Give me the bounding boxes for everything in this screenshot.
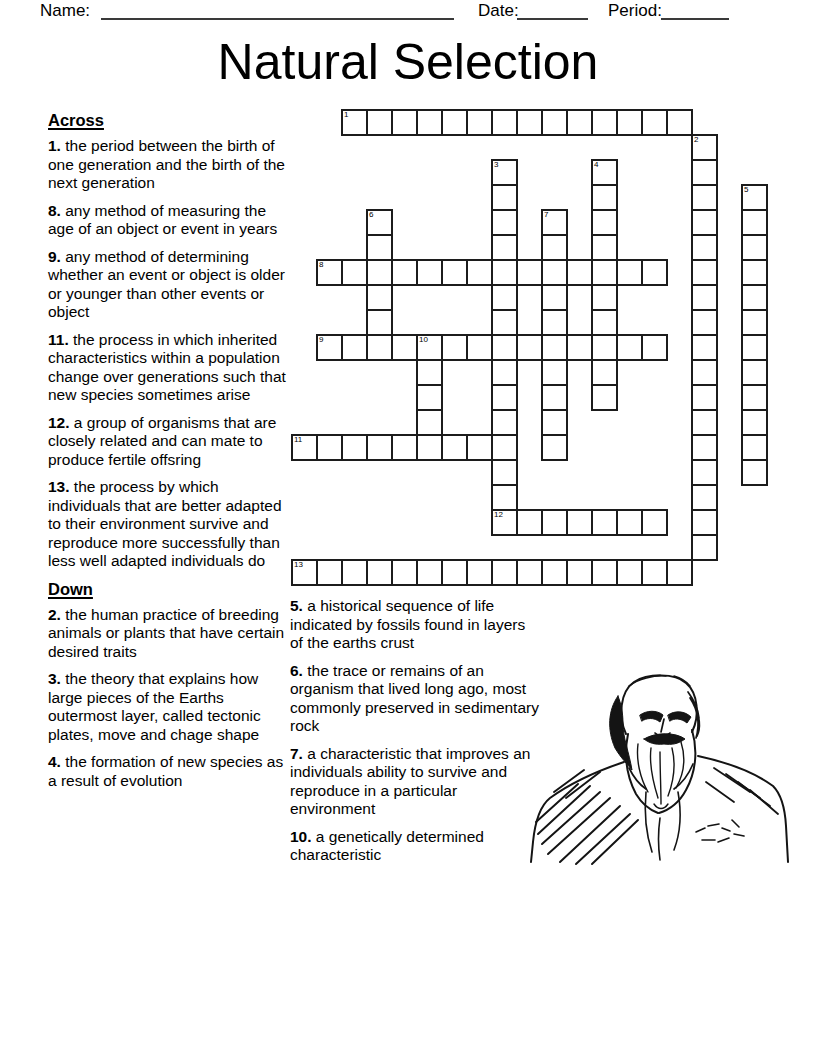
grid-cell[interactable] [692, 260, 717, 285]
grid-cell[interactable] [367, 260, 392, 285]
clue-number-label: 11. [48, 331, 69, 348]
clue: 2. the human practice of breeding animal… [48, 606, 288, 662]
grid-cell[interactable] [592, 385, 617, 410]
grid-cell[interactable] [492, 260, 517, 285]
grid-cell[interactable] [742, 235, 767, 260]
grid-cell[interactable] [367, 435, 392, 460]
clue-number: 4 [594, 160, 598, 169]
clue-number-label: 7. [290, 745, 303, 762]
grid-cell[interactable] [592, 185, 617, 210]
grid-cell[interactable] [667, 560, 692, 585]
grid-cell[interactable] [542, 385, 567, 410]
clues-right-column: 5. a historical sequence of life indicat… [290, 597, 540, 874]
clue-number: 12 [494, 510, 503, 519]
darwin-illustration [528, 672, 792, 868]
grid-cell[interactable] [492, 185, 517, 210]
grid-cell[interactable] [592, 360, 617, 385]
grid-cell[interactable] [617, 335, 642, 360]
grid-cell[interactable] [417, 560, 442, 585]
grid-cell[interactable] [492, 310, 517, 335]
clue-number: 11 [294, 435, 302, 444]
clue-number: 7 [544, 210, 548, 219]
grid-cell[interactable] [692, 435, 717, 460]
grid-cell[interactable] [442, 335, 467, 360]
grid-cell[interactable] [542, 510, 567, 535]
clue: 3. the theory that explains how large pi… [48, 670, 288, 744]
grid-cell[interactable] [417, 360, 442, 385]
name-label: Name: [40, 1, 90, 21]
grid-cell[interactable] [742, 210, 767, 235]
grid-cell[interactable]: 5 [742, 185, 767, 210]
grid-cell[interactable] [542, 435, 567, 460]
grid-cell[interactable]: 13 [292, 560, 317, 585]
grid-cell[interactable] [592, 260, 617, 285]
grid-cell[interactable] [642, 510, 667, 535]
clue-number-label: 5. [290, 597, 303, 614]
grid-cell[interactable] [592, 560, 617, 585]
grid-cell[interactable] [692, 310, 717, 335]
clue-number: 3 [494, 160, 498, 169]
grid-cell[interactable] [492, 460, 517, 485]
down-heading: Down [48, 580, 288, 599]
grid-cell[interactable] [317, 560, 342, 585]
grid-cell[interactable] [542, 260, 567, 285]
grid-cell[interactable] [417, 110, 442, 135]
down-clues-list-left: 2. the human practice of breeding animal… [48, 606, 288, 791]
grid-cell[interactable] [692, 185, 717, 210]
grid-cell[interactable] [592, 310, 617, 335]
grid-cell[interactable] [642, 110, 667, 135]
grid-cell[interactable] [692, 160, 717, 185]
grid-cell[interactable] [692, 460, 717, 485]
grid-cell[interactable] [617, 110, 642, 135]
clue-number: 8 [319, 260, 323, 269]
grid-cell[interactable] [367, 110, 392, 135]
grid-cell[interactable] [592, 210, 617, 235]
grid-cell[interactable] [592, 510, 617, 535]
worksheet-page: Name: Date: Period: Natural Selection 12… [0, 0, 816, 1056]
grid-cell[interactable]: 12 [492, 510, 517, 535]
grid-cell[interactable] [517, 335, 542, 360]
grid-cell[interactable] [692, 410, 717, 435]
clue: 7. a characteristic that improves an ind… [290, 745, 540, 819]
grid-cell[interactable] [442, 435, 467, 460]
grid-cell[interactable] [417, 385, 442, 410]
clue: 13. the process by which individuals tha… [48, 478, 288, 571]
grid-cell[interactable] [592, 335, 617, 360]
grid-cell[interactable] [567, 510, 592, 535]
grid-cell[interactable]: 7 [542, 210, 567, 235]
clue: 8. any method of measuring the age of an… [48, 202, 288, 239]
grid-cell[interactable] [492, 560, 517, 585]
grid-cell[interactable] [542, 410, 567, 435]
grid-cell[interactable] [642, 560, 667, 585]
grid-cell[interactable] [367, 560, 392, 585]
across-heading: Across [48, 111, 288, 130]
grid-cell[interactable] [542, 285, 567, 310]
grid-cell[interactable] [492, 410, 517, 435]
grid-cell[interactable] [492, 110, 517, 135]
grid-cell[interactable] [617, 560, 642, 585]
grid-cell[interactable] [667, 110, 692, 135]
grid-cell[interactable] [392, 435, 417, 460]
grid-cell[interactable]: 2 [692, 135, 717, 160]
grid-cell[interactable] [492, 385, 517, 410]
clue: 1. the period between the birth of one g… [48, 137, 288, 193]
grid-cell[interactable] [467, 260, 492, 285]
clue: 9. any method of determining whether an … [48, 248, 288, 322]
grid-cell[interactable] [392, 560, 417, 585]
clue-number-label: 1. [48, 137, 61, 154]
darwin-sketch-svg [528, 672, 792, 868]
clue-number-label: 6. [290, 662, 303, 679]
clue-number: 2 [694, 135, 698, 144]
grid-cell[interactable] [542, 310, 567, 335]
grid-cell[interactable] [342, 560, 367, 585]
grid-cell[interactable] [392, 110, 417, 135]
grid-cell[interactable] [742, 335, 767, 360]
grid-cell[interactable] [517, 110, 542, 135]
clue-number: 9 [319, 335, 323, 344]
grid-cell[interactable] [467, 110, 492, 135]
clue-number-label: 12. [48, 414, 70, 431]
down-clues-list-right: 5. a historical sequence of life indicat… [290, 597, 540, 865]
clue-number-label: 3. [48, 670, 61, 687]
grid-cell[interactable] [467, 435, 492, 460]
clue-number: 6 [369, 210, 373, 219]
grid-cell[interactable] [542, 335, 567, 360]
grid-cell[interactable] [592, 235, 617, 260]
grid-cell[interactable] [692, 510, 717, 535]
clue-number: 5 [744, 185, 748, 194]
grid-cell[interactable] [442, 260, 467, 285]
grid-cell[interactable] [492, 210, 517, 235]
grid-cell[interactable] [567, 110, 592, 135]
grid-cell[interactable] [317, 435, 342, 460]
grid-cell[interactable] [442, 110, 467, 135]
grid-cell[interactable] [642, 260, 667, 285]
clue-number-label: 8. [48, 202, 61, 219]
grid-cell[interactable] [692, 360, 717, 385]
grid-cell[interactable] [467, 560, 492, 585]
grid-cell[interactable] [692, 335, 717, 360]
grid-cell[interactable] [692, 535, 717, 560]
clue-number-label: 9. [48, 248, 61, 265]
date-blank-line[interactable] [517, 18, 588, 20]
grid-cell[interactable]: 3 [492, 160, 517, 185]
clue-number-label: 13. [48, 478, 70, 495]
grid-cell[interactable] [417, 410, 442, 435]
grid-cell[interactable] [392, 260, 417, 285]
grid-cell[interactable] [492, 485, 517, 510]
across-clues-list: 1. the period between the birth of one g… [48, 137, 288, 571]
grid-cell[interactable] [492, 335, 517, 360]
grid-cell[interactable] [467, 335, 492, 360]
clue-number: 13 [294, 560, 303, 569]
grid-cell[interactable] [742, 260, 767, 285]
grid-cell[interactable] [492, 435, 517, 460]
clue: 5. a historical sequence of life indicat… [290, 597, 540, 653]
grid-cell[interactable] [542, 560, 567, 585]
clue: 12. a group of organisms that are closel… [48, 414, 288, 470]
grid-cell[interactable] [542, 235, 567, 260]
date-label: Date: [478, 1, 519, 21]
grid-cell[interactable] [567, 260, 592, 285]
grid-cell[interactable] [742, 310, 767, 335]
grid-cell[interactable] [742, 385, 767, 410]
grid-cell[interactable] [567, 560, 592, 585]
grid-cell[interactable] [517, 560, 542, 585]
grid-cell[interactable] [367, 235, 392, 260]
grid-cell[interactable]: 4 [592, 160, 617, 185]
crossword-grid: 12345678910111213 [292, 110, 767, 585]
clue: 4. the formation of new species as a res… [48, 753, 288, 790]
grid-cell[interactable] [592, 110, 617, 135]
clue: 11. the process in which inherited chara… [48, 331, 288, 405]
grid-cell[interactable]: 10 [417, 335, 442, 360]
grid-cell[interactable] [642, 335, 667, 360]
clue-number-label: 4. [48, 753, 61, 770]
grid-cell[interactable] [692, 235, 717, 260]
grid-cell[interactable] [742, 435, 767, 460]
period-blank-line[interactable] [661, 18, 729, 20]
grid-cell[interactable] [742, 410, 767, 435]
grid-cell[interactable]: 8 [317, 260, 342, 285]
grid-cell[interactable] [492, 360, 517, 385]
grid-cell[interactable] [342, 335, 367, 360]
grid-cell[interactable] [342, 435, 367, 460]
clue: 10. a genetically determined characteris… [290, 828, 540, 865]
grid-cell[interactable] [742, 460, 767, 485]
grid-cell[interactable] [592, 285, 617, 310]
clue-number-label: 2. [48, 606, 61, 623]
grid-cell[interactable] [442, 560, 467, 585]
clue-number-label: 10. [290, 828, 312, 845]
grid-cell[interactable] [367, 310, 392, 335]
clue-number: 1 [344, 110, 348, 119]
clues-left-column: Across 1. the period between the birth o… [48, 111, 288, 799]
grid-cell[interactable] [417, 435, 442, 460]
grid-cell[interactable] [567, 335, 592, 360]
grid-cell[interactable] [692, 285, 717, 310]
grid-cell[interactable]: 1 [342, 110, 367, 135]
grid-cell[interactable] [417, 260, 442, 285]
grid-cell[interactable] [692, 485, 717, 510]
grid-cell[interactable] [542, 110, 567, 135]
grid-cell[interactable] [742, 285, 767, 310]
grid-cell[interactable] [692, 210, 717, 235]
grid-cell[interactable] [542, 360, 567, 385]
grid-cell[interactable] [367, 285, 392, 310]
grid-cell[interactable] [492, 285, 517, 310]
grid-cell[interactable] [617, 510, 642, 535]
grid-cell[interactable]: 6 [367, 210, 392, 235]
grid-cell[interactable] [342, 260, 367, 285]
grid-cell[interactable] [617, 260, 642, 285]
grid-cell[interactable]: 11 [292, 435, 317, 460]
grid-cell[interactable] [392, 335, 417, 360]
page-title: Natural Selection [0, 33, 816, 91]
grid-cell[interactable] [492, 235, 517, 260]
grid-cell[interactable] [517, 510, 542, 535]
period-label: Period: [608, 1, 662, 21]
name-blank-line[interactable] [101, 18, 454, 20]
clue-number: 10 [419, 335, 428, 344]
grid-cell[interactable]: 9 [317, 335, 342, 360]
grid-cell[interactable] [692, 385, 717, 410]
grid-cell[interactable] [742, 360, 767, 385]
clue: 6. the trace or remains of an organism t… [290, 662, 540, 736]
grid-cell[interactable] [367, 335, 392, 360]
grid-cell[interactable] [517, 260, 542, 285]
